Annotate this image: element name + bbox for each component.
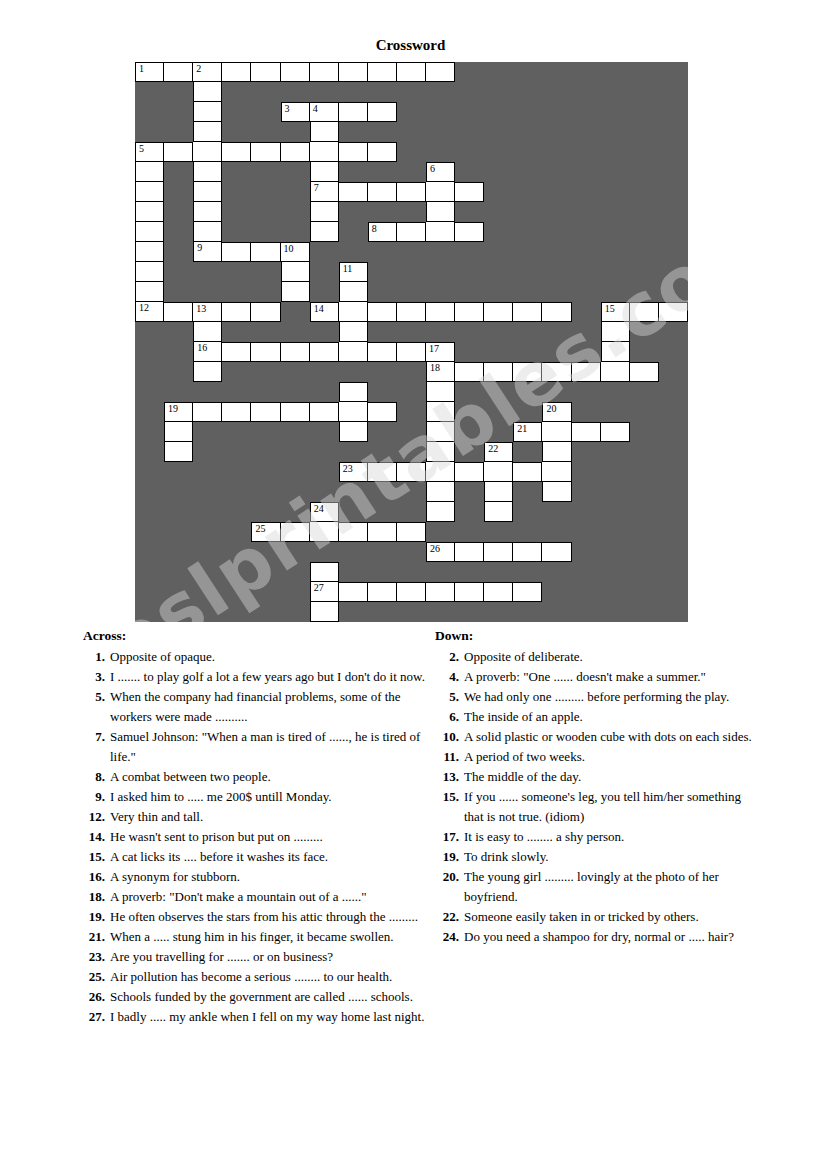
clue-item-text: A synonym for stubborn. [110, 867, 435, 887]
grid-cell[interactable] [339, 182, 368, 202]
block-cell [601, 62, 630, 82]
grid-cell[interactable] [339, 422, 368, 442]
block-cell [484, 202, 513, 222]
clue-item-number: 22. [435, 907, 464, 927]
block-cell [135, 342, 164, 362]
grid-cell[interactable] [135, 262, 164, 282]
block-cell [572, 562, 601, 582]
grid-cell[interactable]: 7 [310, 182, 339, 202]
block-cell [368, 422, 397, 442]
block-cell [513, 262, 542, 282]
grid-cell[interactable] [542, 462, 571, 482]
block-cell [513, 222, 542, 242]
grid-cell[interactable] [310, 202, 339, 222]
grid-cell[interactable] [601, 322, 630, 342]
grid-cell[interactable] [310, 62, 339, 82]
grid-cell[interactable] [484, 542, 513, 562]
grid-cell[interactable] [251, 302, 280, 322]
block-cell [484, 282, 513, 302]
grid-cell[interactable] [310, 222, 339, 242]
grid-cell[interactable] [426, 62, 455, 82]
grid-cell[interactable]: 1 [135, 62, 164, 82]
grid-cell[interactable] [572, 422, 601, 442]
grid-cell[interactable]: 3 [281, 102, 310, 122]
block-cell [455, 82, 484, 102]
clue-item: 23.Are you travelling for ....... or on … [83, 947, 435, 967]
grid-cell[interactable] [310, 562, 339, 582]
block-cell [542, 502, 571, 522]
block-cell [251, 282, 280, 302]
block-cell [193, 482, 222, 502]
block-cell [542, 222, 571, 242]
clue-item-number: 13. [435, 767, 464, 787]
grid-cell[interactable] [193, 402, 222, 422]
block-cell [164, 262, 193, 282]
grid-cell[interactable] [484, 302, 513, 322]
block-cell [542, 282, 571, 302]
grid-cell[interactable] [281, 342, 310, 362]
grid-cell[interactable] [426, 302, 455, 322]
grid-cell[interactable] [572, 362, 601, 382]
grid-cell[interactable] [339, 302, 368, 322]
grid-cell[interactable] [339, 382, 368, 402]
grid-cell[interactable] [193, 82, 222, 102]
grid-cell[interactable] [310, 162, 339, 182]
clue-number: 13 [196, 303, 206, 315]
grid-cell[interactable] [310, 122, 339, 142]
block-cell [281, 182, 310, 202]
block-cell [484, 422, 513, 442]
grid-cell[interactable] [339, 522, 368, 542]
grid-cell[interactable] [397, 342, 426, 362]
grid-cell[interactable]: 4 [310, 102, 339, 122]
grid-cell[interactable] [251, 142, 280, 162]
block-cell [281, 162, 310, 182]
block-cell [572, 402, 601, 422]
grid-cell[interactable] [542, 442, 571, 462]
grid-cell[interactable] [193, 182, 222, 202]
clue-item-text: We had only one ......... before perform… [464, 687, 760, 707]
grid-cell[interactable]: 27 [310, 582, 339, 602]
block-cell [572, 602, 601, 622]
grid-cell[interactable] [601, 362, 630, 382]
grid-cell[interactable] [222, 242, 251, 262]
clue-item: 19.He often observes the stars from his … [83, 907, 435, 927]
grid-cell[interactable] [426, 222, 455, 242]
grid-cell[interactable] [164, 442, 193, 462]
grid-cell[interactable] [630, 302, 659, 322]
block-cell [659, 282, 688, 302]
grid-cell[interactable]: 15 [601, 302, 630, 322]
grid-cell[interactable] [426, 182, 455, 202]
grid-cell[interactable] [222, 62, 251, 82]
block-cell [251, 602, 280, 622]
block-cell [164, 202, 193, 222]
block-cell [251, 262, 280, 282]
grid-cell[interactable] [542, 362, 571, 382]
grid-cell[interactable] [281, 522, 310, 542]
clue-item: 9.I asked him to ..... me 200$ untill Mo… [83, 787, 435, 807]
clue-number: 3 [285, 103, 290, 115]
grid-cell[interactable]: 10 [281, 242, 310, 262]
block-cell [251, 422, 280, 442]
clue-number: 2 [196, 63, 201, 75]
grid-cell[interactable] [310, 342, 339, 362]
block-cell [455, 322, 484, 342]
block-cell [542, 382, 571, 402]
grid-cell[interactable] [164, 422, 193, 442]
grid-cell[interactable] [455, 582, 484, 602]
grid-cell[interactable] [513, 462, 542, 482]
grid-cell[interactable] [193, 102, 222, 122]
grid-cell[interactable] [484, 502, 513, 522]
block-cell [281, 462, 310, 482]
clue-item-number: 9. [83, 787, 110, 807]
block-cell [572, 202, 601, 222]
grid-cell[interactable] [426, 382, 455, 402]
block-cell [601, 462, 630, 482]
grid-cell[interactable]: 21 [513, 422, 542, 442]
block-cell [484, 402, 513, 422]
block-cell [164, 102, 193, 122]
grid-cell[interactable]: 8 [368, 222, 397, 242]
grid-cell[interactable] [339, 282, 368, 302]
grid-cell[interactable] [339, 342, 368, 362]
block-cell [135, 322, 164, 342]
grid-cell[interactable] [455, 462, 484, 482]
grid-cell[interactable]: 23 [339, 462, 368, 482]
clue-item: 15.A cat licks its .... before it washes… [83, 847, 435, 867]
grid-cell[interactable] [542, 542, 571, 562]
grid-cell[interactable] [426, 502, 455, 522]
block-cell [659, 102, 688, 122]
block-cell [659, 542, 688, 562]
grid-cell[interactable] [426, 482, 455, 502]
grid-cell[interactable] [368, 182, 397, 202]
grid-cell[interactable]: 20 [542, 402, 571, 422]
grid-cell[interactable] [193, 162, 222, 182]
block-cell [339, 442, 368, 462]
block-cell [397, 502, 426, 522]
grid-cell[interactable] [135, 202, 164, 222]
clue-item: 1.Opposite of opaque. [83, 647, 435, 667]
grid-cell[interactable] [455, 362, 484, 382]
clue-item-text: A period of two weeks. [464, 747, 760, 767]
block-cell [222, 542, 251, 562]
grid-cell[interactable] [513, 542, 542, 562]
grid-cell[interactable] [135, 182, 164, 202]
grid-cell[interactable] [368, 462, 397, 482]
grid-cell[interactable] [339, 582, 368, 602]
grid-cell[interactable] [542, 422, 571, 442]
block-cell [630, 182, 659, 202]
block-cell [542, 162, 571, 182]
grid-cell[interactable] [193, 222, 222, 242]
block-cell [251, 482, 280, 502]
grid-cell[interactable] [368, 62, 397, 82]
clue-item-number: 8. [83, 767, 110, 787]
block-cell [339, 202, 368, 222]
grid-cell[interactable] [339, 102, 368, 122]
clue-item-text: He wasn't sent to prison but put on ....… [110, 827, 435, 847]
grid-cell[interactable] [484, 362, 513, 382]
clue-number: 21 [517, 423, 527, 435]
grid-cell[interactable]: 6 [426, 162, 455, 182]
block-cell [222, 222, 251, 242]
grid-cell[interactable] [368, 342, 397, 362]
grid-cell[interactable]: 5 [135, 142, 164, 162]
block-cell [339, 542, 368, 562]
grid-cell[interactable] [135, 282, 164, 302]
clue-item-text: Opposite of deliberate. [464, 647, 760, 667]
grid-cell[interactable] [397, 522, 426, 542]
block-cell [630, 482, 659, 502]
clue-item-number: 27. [83, 1007, 110, 1027]
grid-cell[interactable] [601, 342, 630, 362]
block-cell [193, 582, 222, 602]
grid-cell[interactable] [193, 362, 222, 382]
grid-cell[interactable] [251, 62, 280, 82]
block-cell [222, 442, 251, 462]
block-cell [513, 62, 542, 82]
block-cell [630, 202, 659, 222]
block-cell [484, 122, 513, 142]
block-cell [135, 502, 164, 522]
block-cell [135, 482, 164, 502]
grid-cell[interactable]: 25 [251, 522, 280, 542]
grid-cell[interactable]: 17 [426, 342, 455, 362]
block-cell [397, 122, 426, 142]
grid-cell[interactable] [193, 322, 222, 342]
block-cell [630, 422, 659, 442]
grid-cell[interactable] [135, 222, 164, 242]
block-cell [368, 122, 397, 142]
grid-cell[interactable] [368, 142, 397, 162]
grid-cell[interactable] [310, 402, 339, 422]
grid-cell[interactable] [426, 402, 455, 422]
block-cell [601, 262, 630, 282]
block-cell [513, 322, 542, 342]
grid-cell[interactable] [513, 362, 542, 382]
grid-cell[interactable]: 22 [484, 442, 513, 462]
grid-cell[interactable]: 14 [310, 302, 339, 322]
clue-item-text: A solid plastic or wooden cube with dots… [464, 727, 760, 747]
grid-cell[interactable] [455, 302, 484, 322]
block-cell [222, 182, 251, 202]
grid-cell[interactable] [426, 422, 455, 442]
block-cell [368, 82, 397, 102]
block-cell [193, 422, 222, 442]
clue-item-text: I ....... to play golf a lot a few years… [110, 667, 435, 687]
block-cell [542, 62, 571, 82]
block-cell [659, 342, 688, 362]
grid-cell[interactable] [222, 302, 251, 322]
block-cell [164, 362, 193, 382]
clue-item: 21.When a ..... stung him in his finger,… [83, 927, 435, 947]
block-cell [310, 422, 339, 442]
grid-cell[interactable] [368, 302, 397, 322]
block-cell [368, 162, 397, 182]
grid-cell[interactable] [426, 202, 455, 222]
grid-cell[interactable] [339, 322, 368, 342]
grid-cell[interactable] [426, 462, 455, 482]
grid-cell[interactable] [542, 482, 571, 502]
grid-cell[interactable] [397, 62, 426, 82]
across-clue-list: 1.Opposite of opaque.3.I ....... to play… [83, 647, 435, 1027]
grid-cell[interactable] [630, 362, 659, 382]
block-cell [193, 382, 222, 402]
grid-cell[interactable] [542, 302, 571, 322]
block-cell [397, 362, 426, 382]
grid-cell[interactable] [659, 302, 688, 322]
grid-cell[interactable] [281, 282, 310, 302]
block-cell [513, 182, 542, 202]
grid-cell[interactable] [397, 302, 426, 322]
grid-cell[interactable]: 24 [310, 502, 339, 522]
grid-cell[interactable] [513, 582, 542, 602]
grid-cell[interactable] [251, 402, 280, 422]
block-cell [339, 602, 368, 622]
grid-cell[interactable] [339, 142, 368, 162]
block-cell [251, 162, 280, 182]
block-cell [310, 322, 339, 342]
grid-cell[interactable]: 16 [193, 342, 222, 362]
block-cell [455, 442, 484, 462]
grid-cell[interactable] [368, 582, 397, 602]
block-cell [164, 542, 193, 562]
grid-cell[interactable] [135, 242, 164, 262]
grid-cell[interactable] [368, 522, 397, 542]
clue-number: 10 [284, 243, 294, 255]
block-cell [426, 122, 455, 142]
block-cell [542, 102, 571, 122]
grid-cell[interactable] [484, 462, 513, 482]
grid-cell[interactable]: 12 [135, 302, 164, 322]
grid-cell[interactable] [251, 342, 280, 362]
block-cell [513, 102, 542, 122]
block-cell [601, 102, 630, 122]
clue-item-text: Opposite of opaque. [110, 647, 435, 667]
grid-cell[interactable] [397, 182, 426, 202]
block-cell [222, 382, 251, 402]
grid-cell[interactable] [397, 582, 426, 602]
block-cell [572, 442, 601, 462]
grid-cell[interactable] [164, 62, 193, 82]
grid-cell[interactable]: 9 [193, 242, 222, 262]
grid-cell[interactable] [164, 142, 193, 162]
block-cell [513, 122, 542, 142]
grid-cell[interactable]: 26 [426, 542, 455, 562]
grid-cell[interactable] [222, 142, 251, 162]
clue-number: 24 [314, 503, 324, 515]
grid-cell[interactable] [164, 302, 193, 322]
clue-item-number: 5. [83, 687, 110, 727]
block-cell [135, 542, 164, 562]
block-cell [222, 202, 251, 222]
grid-cell[interactable] [455, 182, 484, 202]
grid-cell[interactable] [281, 262, 310, 282]
block-cell [484, 262, 513, 282]
clue-item-text: The inside of an apple. [464, 707, 760, 727]
block-cell [135, 382, 164, 402]
block-cell [310, 482, 339, 502]
block-cell [455, 502, 484, 522]
block-cell [601, 602, 630, 622]
grid-cell[interactable] [281, 402, 310, 422]
block-cell [310, 442, 339, 462]
grid-cell[interactable] [339, 62, 368, 82]
grid-cell[interactable] [310, 522, 339, 542]
grid-cell[interactable] [455, 542, 484, 562]
grid-cell[interactable] [193, 122, 222, 142]
grid-cell[interactable] [397, 462, 426, 482]
block-cell [455, 562, 484, 582]
block-cell [251, 102, 280, 122]
grid-cell[interactable] [368, 402, 397, 422]
grid-cell[interactable] [222, 402, 251, 422]
grid-cell[interactable] [281, 142, 310, 162]
grid-cell[interactable] [455, 222, 484, 242]
block-cell [659, 422, 688, 442]
grid-cell[interactable]: 11 [339, 262, 368, 282]
grid-cell[interactable] [397, 222, 426, 242]
grid-cell[interactable] [281, 62, 310, 82]
grid-cell[interactable]: 2 [193, 62, 222, 82]
grid-cell[interactable] [601, 422, 630, 442]
grid-cell[interactable]: 18 [426, 362, 455, 382]
block-cell [572, 382, 601, 402]
block-cell [426, 262, 455, 282]
block-cell [455, 522, 484, 542]
clue-item-text: A proverb: "Don't make a mountain out of… [110, 887, 435, 907]
block-cell [164, 382, 193, 402]
grid-cell[interactable] [251, 242, 280, 262]
block-cell [251, 202, 280, 222]
grid-cell[interactable] [222, 342, 251, 362]
block-cell [572, 142, 601, 162]
grid-cell[interactable] [484, 482, 513, 502]
block-cell [368, 362, 397, 382]
grid-cell[interactable] [310, 602, 339, 622]
grid-cell[interactable] [513, 302, 542, 322]
grid-cell[interactable] [368, 102, 397, 122]
grid-cell[interactable] [426, 582, 455, 602]
block-cell [659, 202, 688, 222]
clue-item-text: The middle of the day. [464, 767, 760, 787]
grid-cell[interactable] [339, 402, 368, 422]
grid-cell[interactable] [484, 582, 513, 602]
block-cell [426, 242, 455, 262]
grid-cell[interactable]: 13 [193, 302, 222, 322]
block-cell [397, 162, 426, 182]
across-clues: Across: 1.Opposite of opaque.3.I .......… [83, 627, 435, 1027]
block-cell [601, 222, 630, 242]
grid-cell[interactable] [193, 142, 222, 162]
grid-cell[interactable] [426, 442, 455, 462]
block-cell [135, 422, 164, 442]
block-cell [251, 182, 280, 202]
block-cell [164, 322, 193, 342]
clue-item: 19.To drink slowly. [435, 847, 760, 867]
grid-cell[interactable] [310, 142, 339, 162]
grid-cell[interactable]: 19 [164, 402, 193, 422]
clue-number: 27 [314, 582, 324, 594]
grid-cell[interactable] [135, 162, 164, 182]
block-cell [542, 522, 571, 542]
block-cell [601, 582, 630, 602]
grid-cell[interactable] [193, 202, 222, 222]
block-cell [455, 62, 484, 82]
